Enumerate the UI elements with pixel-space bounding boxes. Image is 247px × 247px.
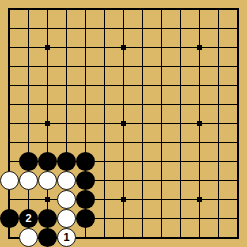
board-intersection[interactable] <box>38 57 57 76</box>
board-intersection[interactable] <box>114 19 133 38</box>
board-intersection[interactable] <box>57 209 76 228</box>
board-intersection[interactable] <box>228 57 247 76</box>
board-intersection[interactable] <box>95 133 114 152</box>
board-intersection[interactable] <box>95 95 114 114</box>
board-intersection[interactable] <box>171 152 190 171</box>
star-point <box>45 197 50 202</box>
board-intersection[interactable] <box>133 76 152 95</box>
board-intersection[interactable] <box>228 171 247 190</box>
board-intersection[interactable] <box>133 228 152 247</box>
board-intersection[interactable] <box>0 19 19 38</box>
board-intersection[interactable] <box>0 228 19 247</box>
board-intersection[interactable] <box>76 19 95 38</box>
board-intersection[interactable] <box>209 114 228 133</box>
board-intersection[interactable] <box>190 152 209 171</box>
board-intersection[interactable] <box>171 76 190 95</box>
board-intersection[interactable]: 1 <box>57 228 76 247</box>
board-intersection[interactable] <box>19 152 38 171</box>
star-point <box>121 197 126 202</box>
board-intersection[interactable] <box>209 95 228 114</box>
board-intersection[interactable] <box>171 38 190 57</box>
board-intersection[interactable] <box>19 19 38 38</box>
board-intersection[interactable] <box>190 171 209 190</box>
white-stone: 1 <box>57 228 76 247</box>
board-intersection[interactable] <box>152 133 171 152</box>
board-intersection[interactable] <box>114 114 133 133</box>
board-intersection[interactable] <box>38 171 57 190</box>
black-stone <box>0 209 19 228</box>
star-point <box>121 45 126 50</box>
board-intersection[interactable] <box>76 95 95 114</box>
star-point <box>197 197 202 202</box>
board-intersection[interactable] <box>228 133 247 152</box>
board-intersection[interactable] <box>228 0 247 19</box>
board-intersection[interactable] <box>19 57 38 76</box>
board-intersection[interactable] <box>0 190 19 209</box>
black-stone <box>57 152 76 171</box>
board-intersection[interactable] <box>190 228 209 247</box>
board-intersection[interactable] <box>209 133 228 152</box>
board-intersection[interactable] <box>19 0 38 19</box>
board-intersection[interactable] <box>209 228 228 247</box>
board-intersection[interactable] <box>114 57 133 76</box>
black-stone <box>38 209 57 228</box>
board-intersection[interactable] <box>76 0 95 19</box>
board-intersection[interactable] <box>133 114 152 133</box>
board-intersection[interactable] <box>171 57 190 76</box>
board-intersection[interactable] <box>171 19 190 38</box>
white-stone <box>19 228 38 247</box>
white-stone <box>57 209 76 228</box>
star-point <box>197 121 202 126</box>
board-intersection[interactable] <box>0 95 19 114</box>
move-number-label: 2 <box>25 213 31 224</box>
board-intersection[interactable] <box>114 133 133 152</box>
board-intersection[interactable] <box>228 190 247 209</box>
board-intersection[interactable] <box>171 114 190 133</box>
board-intersection[interactable] <box>38 95 57 114</box>
board-intersection[interactable] <box>171 228 190 247</box>
board-intersection[interactable] <box>171 171 190 190</box>
board-intersection[interactable] <box>76 190 95 209</box>
board-intersection[interactable] <box>76 209 95 228</box>
board-intersection[interactable] <box>114 228 133 247</box>
board-intersection[interactable] <box>228 114 247 133</box>
star-point <box>45 121 50 126</box>
board-intersection[interactable] <box>209 19 228 38</box>
board-intersection[interactable] <box>209 209 228 228</box>
board-intersection[interactable] <box>152 95 171 114</box>
board-intersection[interactable] <box>171 95 190 114</box>
black-stone <box>19 152 38 171</box>
black-stone: 2 <box>19 209 38 228</box>
board-intersection[interactable] <box>152 209 171 228</box>
board-intersection[interactable] <box>190 114 209 133</box>
board-intersection[interactable] <box>152 0 171 19</box>
board-intersection[interactable] <box>19 38 38 57</box>
board-intersection[interactable] <box>38 228 57 247</box>
board-intersection[interactable] <box>19 76 38 95</box>
board-intersection[interactable] <box>57 171 76 190</box>
board-intersection[interactable] <box>133 152 152 171</box>
board-intersection[interactable] <box>95 0 114 19</box>
star-point <box>45 45 50 50</box>
star-point <box>197 45 202 50</box>
board-intersection[interactable] <box>76 57 95 76</box>
board-intersection[interactable] <box>228 19 247 38</box>
board-intersection[interactable] <box>133 38 152 57</box>
board-intersection[interactable] <box>190 19 209 38</box>
board-intersection[interactable] <box>114 171 133 190</box>
board-intersection[interactable] <box>152 76 171 95</box>
board-intersection[interactable] <box>171 0 190 19</box>
board-intersection[interactable] <box>19 171 38 190</box>
board-intersection[interactable] <box>152 171 171 190</box>
board-intersection[interactable] <box>38 38 57 57</box>
board-intersection[interactable] <box>76 38 95 57</box>
board-intersection[interactable] <box>152 19 171 38</box>
board-intersection[interactable] <box>114 76 133 95</box>
board-intersection[interactable] <box>57 190 76 209</box>
board-intersection[interactable] <box>152 38 171 57</box>
board-intersection[interactable] <box>76 228 95 247</box>
board-intersection[interactable] <box>0 57 19 76</box>
board-intersection[interactable] <box>190 57 209 76</box>
board-intersection[interactable] <box>171 133 190 152</box>
board-intersection[interactable] <box>57 114 76 133</box>
board-intersection[interactable] <box>133 0 152 19</box>
go-diagram: 21 <box>0 0 247 247</box>
black-stone <box>76 190 95 209</box>
board-intersection[interactable] <box>76 133 95 152</box>
board-intersection[interactable] <box>190 190 209 209</box>
board-intersection[interactable] <box>114 152 133 171</box>
board-intersection[interactable] <box>57 0 76 19</box>
board-intersection[interactable] <box>19 190 38 209</box>
board-intersection[interactable] <box>57 76 76 95</box>
board-intersection[interactable] <box>76 152 95 171</box>
board-intersection[interactable] <box>171 190 190 209</box>
board-intersection[interactable] <box>114 190 133 209</box>
board-intersection[interactable] <box>152 152 171 171</box>
board-intersection[interactable] <box>209 76 228 95</box>
board-intersection[interactable] <box>190 209 209 228</box>
move-number-label: 1 <box>63 232 69 243</box>
board-intersection[interactable] <box>114 95 133 114</box>
board-intersection[interactable] <box>95 190 114 209</box>
board-intersection[interactable] <box>76 114 95 133</box>
board-intersection[interactable] <box>19 95 38 114</box>
board-intersection[interactable] <box>38 190 57 209</box>
board-intersection[interactable] <box>190 95 209 114</box>
board-intersection[interactable] <box>152 228 171 247</box>
board-intersection[interactable] <box>133 190 152 209</box>
board-intersection[interactable] <box>0 0 19 19</box>
board-intersection[interactable] <box>152 114 171 133</box>
star-point <box>121 121 126 126</box>
board-intersection[interactable] <box>152 190 171 209</box>
board-intersection[interactable] <box>0 171 19 190</box>
board-intersection[interactable]: 2 <box>19 209 38 228</box>
board-intersection[interactable] <box>171 209 190 228</box>
board-intersection[interactable] <box>76 171 95 190</box>
board-intersection[interactable] <box>95 76 114 95</box>
board-intersection[interactable] <box>38 19 57 38</box>
board-intersection[interactable] <box>228 228 247 247</box>
board-intersection[interactable] <box>38 114 57 133</box>
board-intersection[interactable] <box>209 171 228 190</box>
white-stone <box>57 190 76 209</box>
board-intersection[interactable] <box>57 95 76 114</box>
black-stone <box>38 152 57 171</box>
board-intersection[interactable] <box>209 190 228 209</box>
black-stone <box>76 171 95 190</box>
black-stone <box>76 152 95 171</box>
board-intersection[interactable] <box>57 19 76 38</box>
board-intersection[interactable] <box>57 57 76 76</box>
board-intersection[interactable] <box>190 38 209 57</box>
board-intersection[interactable] <box>0 38 19 57</box>
white-stone <box>57 171 76 190</box>
board-intersection[interactable] <box>0 76 19 95</box>
board-intersection[interactable] <box>209 0 228 19</box>
board-intersection[interactable] <box>0 209 19 228</box>
board-intersection[interactable] <box>190 0 209 19</box>
board-intersection[interactable] <box>133 209 152 228</box>
board-intersection[interactable] <box>95 152 114 171</box>
board-intersection[interactable] <box>95 38 114 57</box>
black-stone <box>76 209 95 228</box>
board-intersection[interactable] <box>95 57 114 76</box>
board-intersection[interactable] <box>133 171 152 190</box>
board-intersection[interactable] <box>228 152 247 171</box>
board-intersection[interactable] <box>76 76 95 95</box>
board-intersection[interactable] <box>133 57 152 76</box>
board-intersection[interactable] <box>228 95 247 114</box>
board-intersection[interactable] <box>95 209 114 228</box>
board-intersection[interactable] <box>133 95 152 114</box>
board-intersection[interactable] <box>209 38 228 57</box>
board-intersection[interactable] <box>38 133 57 152</box>
board-intersection[interactable] <box>133 133 152 152</box>
black-stone <box>38 228 57 247</box>
board-intersection[interactable] <box>19 114 38 133</box>
board-intersection[interactable] <box>152 57 171 76</box>
board-intersection[interactable] <box>38 0 57 19</box>
board-intersection[interactable] <box>57 38 76 57</box>
board-intersection[interactable] <box>228 76 247 95</box>
board-intersection[interactable] <box>38 76 57 95</box>
board-intersection[interactable] <box>57 152 76 171</box>
board-intersection[interactable] <box>228 38 247 57</box>
board-intersection[interactable] <box>190 133 209 152</box>
board-intersection[interactable] <box>38 209 57 228</box>
board-intersection[interactable] <box>133 19 152 38</box>
board-intersection[interactable] <box>0 152 19 171</box>
board-intersection[interactable] <box>209 57 228 76</box>
board-intersection[interactable] <box>114 0 133 19</box>
white-stone <box>0 171 19 190</box>
board-intersection[interactable] <box>190 76 209 95</box>
board-intersection[interactable] <box>95 114 114 133</box>
board-intersection[interactable] <box>19 133 38 152</box>
board-intersection[interactable] <box>114 38 133 57</box>
white-stone <box>19 171 38 190</box>
white-stone <box>38 171 57 190</box>
board-intersection[interactable] <box>19 228 38 247</box>
board-intersection[interactable] <box>95 228 114 247</box>
board-intersection[interactable] <box>95 171 114 190</box>
board-intersection[interactable] <box>114 209 133 228</box>
board-intersection[interactable] <box>209 152 228 171</box>
go-board: 21 <box>0 0 247 247</box>
board-intersection[interactable] <box>38 152 57 171</box>
board-intersection[interactable] <box>228 209 247 228</box>
board-intersection[interactable] <box>0 133 19 152</box>
board-intersection[interactable] <box>95 19 114 38</box>
board-intersection[interactable] <box>0 114 19 133</box>
board-intersection[interactable] <box>57 133 76 152</box>
